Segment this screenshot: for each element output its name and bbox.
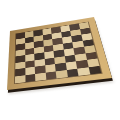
board-square [25,74,35,83]
board-square [88,66,101,75]
photo-background [0,0,120,120]
board-playing-area [15,22,101,83]
chess-board [7,17,112,90]
board-square [35,72,46,81]
board-square [45,71,56,80]
board-square [15,75,25,83]
